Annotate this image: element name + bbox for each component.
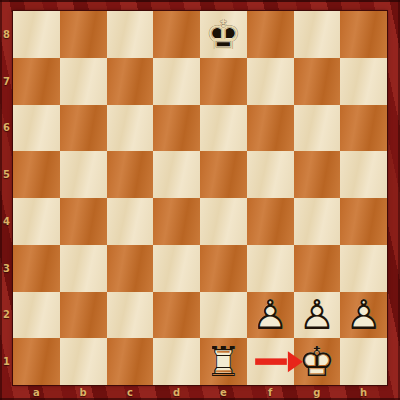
piece-glyph-outline: ♔	[205, 15, 242, 56]
file-label-g: g	[294, 385, 341, 400]
piece-glyph-outline: ♙	[298, 295, 335, 336]
square-b8[interactable]	[60, 11, 107, 58]
square-h5[interactable]	[340, 151, 387, 198]
square-e6[interactable]	[200, 105, 247, 152]
square-c5[interactable]	[107, 151, 154, 198]
square-h6[interactable]	[340, 105, 387, 152]
rank-label-3: 3	[0, 245, 13, 292]
square-h2[interactable]: ♟♙	[340, 292, 387, 339]
square-a6[interactable]	[13, 105, 60, 152]
square-f3[interactable]	[247, 245, 294, 292]
piece-white-rook[interactable]: ♜♖	[200, 338, 247, 385]
square-h8[interactable]	[340, 11, 387, 58]
square-h1[interactable]	[340, 338, 387, 385]
square-e3[interactable]	[200, 245, 247, 292]
square-d8[interactable]	[153, 11, 200, 58]
square-a8[interactable]	[13, 11, 60, 58]
square-g6[interactable]	[294, 105, 341, 152]
square-d6[interactable]	[153, 105, 200, 152]
square-h4[interactable]	[340, 198, 387, 245]
square-f7[interactable]	[247, 58, 294, 105]
file-labels: abcdefgh	[13, 385, 387, 400]
square-f1[interactable]	[247, 338, 294, 385]
square-f8[interactable]	[247, 11, 294, 58]
piece-glyph-outline: ♙	[252, 295, 289, 336]
square-f5[interactable]	[247, 151, 294, 198]
square-c7[interactable]	[107, 58, 154, 105]
square-d1[interactable]	[153, 338, 200, 385]
rank-label-6: 6	[0, 105, 13, 152]
piece-white-king[interactable]: ♚♔	[294, 338, 341, 385]
piece-white-pawn[interactable]: ♟♙	[294, 292, 341, 339]
square-d3[interactable]	[153, 245, 200, 292]
square-c1[interactable]	[107, 338, 154, 385]
rank-label-1: 1	[0, 338, 13, 385]
rank-label-5: 5	[0, 151, 13, 198]
file-label-h: h	[340, 385, 387, 400]
file-label-e: e	[200, 385, 247, 400]
square-e8[interactable]: ♚♔	[200, 11, 247, 58]
rank-label-8: 8	[0, 11, 13, 58]
square-g8[interactable]	[294, 11, 341, 58]
piece-white-pawn[interactable]: ♟♙	[340, 292, 387, 339]
square-b5[interactable]	[60, 151, 107, 198]
piece-glyph-outline: ♔	[298, 342, 335, 383]
board: ♚♔♟♙♟♙♟♙♜♖♚♔	[13, 11, 387, 385]
square-g4[interactable]	[294, 198, 341, 245]
rank-labels: 87654321	[0, 11, 13, 385]
square-a1[interactable]	[13, 338, 60, 385]
piece-glyph-outline: ♖	[205, 342, 242, 383]
square-b6[interactable]	[60, 105, 107, 152]
piece-glyph-outline: ♙	[345, 295, 382, 336]
file-label-a: a	[13, 385, 60, 400]
square-d7[interactable]	[153, 58, 200, 105]
square-d4[interactable]	[153, 198, 200, 245]
square-a5[interactable]	[13, 151, 60, 198]
square-a4[interactable]	[13, 198, 60, 245]
chessboard-frame: 87654321 abcdefgh ♚♔♟♙♟♙♟♙♜♖♚♔	[0, 0, 400, 400]
square-e2[interactable]	[200, 292, 247, 339]
square-b3[interactable]	[60, 245, 107, 292]
square-g7[interactable]	[294, 58, 341, 105]
file-label-d: d	[153, 385, 200, 400]
piece-black-king[interactable]: ♚♔	[200, 11, 247, 58]
square-h7[interactable]	[340, 58, 387, 105]
square-f4[interactable]	[247, 198, 294, 245]
file-label-c: c	[107, 385, 154, 400]
square-b2[interactable]	[60, 292, 107, 339]
square-c6[interactable]	[107, 105, 154, 152]
file-label-f: f	[247, 385, 294, 400]
square-a2[interactable]	[13, 292, 60, 339]
square-e7[interactable]	[200, 58, 247, 105]
square-g5[interactable]	[294, 151, 341, 198]
square-b1[interactable]	[60, 338, 107, 385]
square-a7[interactable]	[13, 58, 60, 105]
square-b4[interactable]	[60, 198, 107, 245]
square-h3[interactable]	[340, 245, 387, 292]
square-g1[interactable]: ♚♔	[294, 338, 341, 385]
square-c3[interactable]	[107, 245, 154, 292]
square-a3[interactable]	[13, 245, 60, 292]
square-d5[interactable]	[153, 151, 200, 198]
square-c4[interactable]	[107, 198, 154, 245]
square-d2[interactable]	[153, 292, 200, 339]
square-e1[interactable]: ♜♖	[200, 338, 247, 385]
square-c8[interactable]	[107, 11, 154, 58]
square-e4[interactable]	[200, 198, 247, 245]
square-c2[interactable]	[107, 292, 154, 339]
square-f6[interactable]	[247, 105, 294, 152]
square-b7[interactable]	[60, 58, 107, 105]
rank-label-2: 2	[0, 292, 13, 339]
piece-white-pawn[interactable]: ♟♙	[247, 292, 294, 339]
square-g3[interactable]	[294, 245, 341, 292]
square-f2[interactable]: ♟♙	[247, 292, 294, 339]
square-g2[interactable]: ♟♙	[294, 292, 341, 339]
file-label-b: b	[60, 385, 107, 400]
rank-label-7: 7	[0, 58, 13, 105]
rank-label-4: 4	[0, 198, 13, 245]
square-e5[interactable]	[200, 151, 247, 198]
